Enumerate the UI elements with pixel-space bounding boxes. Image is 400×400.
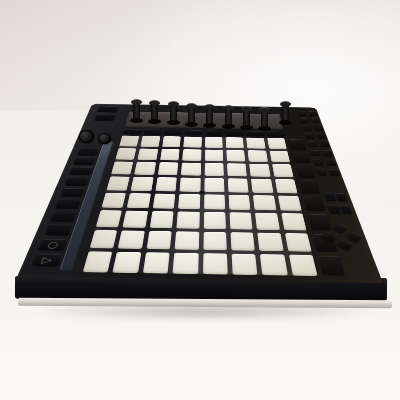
pad-r8c7[interactable]: [260, 254, 287, 275]
pad-r5c8[interactable]: [278, 195, 302, 211]
right-button-r7c1[interactable]: [312, 159, 324, 165]
scene-button-3[interactable]: [295, 165, 315, 177]
pad-r2c2[interactable]: [138, 148, 159, 160]
pad-r5c5[interactable]: [204, 194, 225, 209]
pad-r2c7[interactable]: [248, 150, 268, 162]
pad-r7c4[interactable]: [175, 231, 199, 250]
corner-button-1[interactable]: [324, 193, 336, 201]
play-button[interactable]: ▷: [32, 254, 62, 266]
scene-button-4[interactable]: [299, 180, 320, 193]
pad-r2c5[interactable]: [205, 149, 224, 161]
display-button-6[interactable]: [226, 131, 244, 136]
encoder-6-foot: [222, 124, 235, 129]
right-button-r3c2[interactable]: [313, 126, 323, 131]
dpad-left[interactable]: [321, 231, 338, 242]
right-button-r5c2[interactable]: [319, 142, 330, 148]
pad-r5c6[interactable]: [229, 195, 251, 211]
pad-r5c7[interactable]: [253, 195, 276, 211]
pad-r2c6[interactable]: [226, 150, 245, 162]
top-left-button-1[interactable]: [97, 106, 118, 112]
left-button-1[interactable]: [77, 149, 99, 156]
display-button-5[interactable]: [206, 130, 223, 135]
encoder-4-foot: [185, 122, 198, 127]
pad-r3c3[interactable]: [158, 162, 179, 175]
left-button-4[interactable]: [65, 177, 89, 185]
master-encoder-foot: [279, 120, 292, 125]
right-button-r8c2[interactable]: [328, 169, 340, 176]
pad-r3c1[interactable]: [111, 162, 133, 175]
pad-r1c4[interactable]: [183, 137, 201, 148]
pad-r4c3[interactable]: [155, 177, 177, 191]
encoder-7[interactable]: [241, 106, 252, 130]
dpad-right[interactable]: [346, 232, 363, 243]
left-button-3[interactable]: [69, 167, 92, 175]
display-button-8[interactable]: [267, 131, 285, 136]
product-photo: ○▷: [0, 0, 400, 400]
pad-r6c5[interactable]: [203, 212, 225, 229]
pad-r7c6[interactable]: [230, 232, 255, 251]
dpad-down[interactable]: [336, 240, 353, 252]
dpad: [319, 224, 367, 252]
right-button-r2c1[interactable]: [300, 118, 310, 123]
pad-r4c5[interactable]: [204, 178, 224, 192]
right-button-r4c1[interactable]: [304, 133, 314, 138]
corner-button-group: [324, 193, 352, 214]
pad-r4c6[interactable]: [228, 178, 249, 192]
pad-r8c3[interactable]: [143, 253, 170, 274]
pad-r3c4[interactable]: [181, 163, 201, 176]
corner-button-2[interactable]: [335, 193, 348, 201]
right-button-r2c2[interactable]: [310, 118, 320, 123]
left-button-6[interactable]: [55, 199, 81, 208]
pad-r7c5[interactable]: [203, 232, 227, 251]
right-button-r6c1[interactable]: [310, 150, 321, 156]
pad-r2c8[interactable]: [269, 150, 290, 162]
left-encoder-2[interactable]: [98, 133, 111, 144]
pad-r8c8[interactable]: [289, 255, 318, 276]
display-button-3[interactable]: [164, 130, 182, 135]
pad-r6c6[interactable]: [229, 212, 252, 229]
pad-r6c2[interactable]: [123, 211, 148, 228]
display-button-7[interactable]: [246, 131, 264, 136]
pad-r8c4[interactable]: [173, 253, 199, 274]
encoder-5[interactable]: [204, 104, 215, 128]
pad-r4c8[interactable]: [275, 179, 298, 193]
encoder-4[interactable]: [186, 103, 197, 127]
pad-r2c1[interactable]: [115, 148, 136, 160]
top-left-button-group: [94, 106, 118, 121]
encoder-1[interactable]: [131, 99, 142, 123]
encoder-2[interactable]: [149, 100, 160, 124]
pad-r7c3[interactable]: [146, 231, 171, 250]
pad-r3c8[interactable]: [272, 164, 294, 177]
pad-r7c8[interactable]: [285, 233, 312, 252]
pad-r2c3[interactable]: [160, 149, 180, 161]
encoder-7-foot: [240, 125, 253, 130]
pad-r1c5[interactable]: [205, 137, 223, 148]
right-button-r8c1[interactable]: [315, 169, 327, 176]
pad-r3c2[interactable]: [134, 162, 156, 175]
pad-r3c6[interactable]: [227, 163, 247, 176]
scene-button-1[interactable]: [289, 139, 307, 149]
encoder-3[interactable]: [168, 101, 179, 125]
pad-r1c1[interactable]: [119, 136, 139, 147]
encoder-8[interactable]: [259, 107, 270, 131]
left-button-5[interactable]: [60, 188, 85, 197]
pad-r6c7[interactable]: [255, 213, 279, 230]
pad-r4c7[interactable]: [251, 179, 273, 193]
right-button-r3c1[interactable]: [302, 126, 312, 131]
encoder-1-foot: [130, 118, 143, 123]
pad-r5c1[interactable]: [101, 193, 126, 208]
pad-r8c2[interactable]: [113, 252, 141, 273]
pad-r7c2[interactable]: [118, 230, 145, 249]
pad-r8c1[interactable]: [83, 252, 113, 273]
right-button-r6c2[interactable]: [322, 150, 333, 156]
encoder-3-foot: [167, 120, 180, 125]
master-encoder[interactable]: [280, 101, 291, 125]
device-body: ○▷: [17, 104, 383, 283]
pad-r4c2[interactable]: [131, 177, 154, 191]
left-button-7[interactable]: [50, 212, 77, 222]
right-button-r1c2[interactable]: [308, 111, 318, 116]
right-button-r7c2[interactable]: [325, 159, 337, 165]
left-button-2[interactable]: [73, 158, 96, 165]
pad-r1c2[interactable]: [141, 136, 161, 147]
encoder-8-foot: [258, 126, 271, 131]
scene-button-2[interactable]: [292, 152, 311, 163]
left-button-8[interactable]: [44, 225, 72, 236]
pad-r6c8[interactable]: [281, 213, 307, 230]
display-button-4[interactable]: [185, 130, 202, 135]
pad-r8c5[interactable]: [203, 253, 228, 274]
pad-r1c3[interactable]: [162, 136, 181, 147]
corner-button-4[interactable]: [339, 205, 352, 214]
pad-r7c7[interactable]: [257, 233, 283, 252]
record-button[interactable]: ○: [38, 239, 67, 250]
pad-r3c5[interactable]: [204, 163, 223, 176]
corner-button-3[interactable]: [328, 205, 341, 214]
pad-r7c1[interactable]: [90, 230, 118, 249]
pad-r2c4[interactable]: [182, 149, 201, 161]
center-dot: [200, 191, 205, 194]
pad-r4c4[interactable]: [180, 177, 201, 191]
dpad-up[interactable]: [331, 223, 347, 234]
display-button-1[interactable]: [123, 129, 141, 134]
encoder-2-foot: [148, 119, 161, 124]
pad-r3c7[interactable]: [249, 164, 270, 177]
encoder-5-foot: [203, 123, 216, 128]
scene-button-5[interactable]: [303, 197, 325, 211]
pad-grid: [83, 136, 318, 276]
left-encoder-1[interactable]: [79, 130, 94, 143]
pad-r4c1[interactable]: [106, 176, 130, 190]
pad-r5c2[interactable]: [127, 193, 151, 208]
encoder-6[interactable]: [223, 105, 234, 129]
pad-r1c6[interactable]: [226, 137, 244, 148]
top-left-button-2[interactable]: [94, 114, 115, 120]
pad-r6c3[interactable]: [150, 211, 174, 228]
pad-r6c1[interactable]: [96, 210, 122, 227]
pad-r5c3[interactable]: [153, 193, 176, 208]
right-button-r1c1[interactable]: [297, 111, 307, 116]
pad-r1c7[interactable]: [246, 138, 265, 149]
right-button-r4c2[interactable]: [316, 133, 327, 138]
right-button-r5c1[interactable]: [307, 141, 318, 147]
pad-r1c8[interactable]: [267, 138, 287, 149]
display-button-2[interactable]: [143, 129, 161, 134]
pad-r8c6[interactable]: [232, 254, 258, 275]
pad-r5c4[interactable]: [178, 194, 200, 209]
pad-r6c4[interactable]: [176, 212, 199, 229]
scene-button-8[interactable]: [318, 256, 344, 275]
